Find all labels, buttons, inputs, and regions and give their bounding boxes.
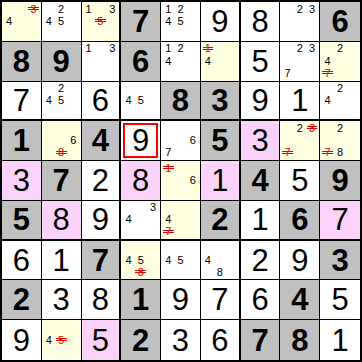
digit-solved: 3 bbox=[13, 165, 30, 196]
cell-r2c7[interactable]: 5 bbox=[241, 42, 281, 82]
cell-r5c2[interactable]: 7 bbox=[42, 161, 82, 201]
cell-r2c2[interactable]: 9 bbox=[42, 42, 82, 82]
cell-r4c4[interactable]: 9 bbox=[121, 121, 161, 161]
candidate-3: 3 bbox=[106, 43, 118, 55]
cell-r6c8[interactable]: 6 bbox=[280, 201, 320, 241]
candidate-3: 3 bbox=[106, 3, 118, 15]
cell-r5c7[interactable]: 4 bbox=[241, 161, 281, 201]
candidate-4: 4 bbox=[43, 334, 55, 347]
digit-given: 8 bbox=[172, 85, 189, 116]
cell-r7c9[interactable]: 3 bbox=[320, 241, 360, 281]
candidate-4: 4 bbox=[202, 55, 214, 67]
pencil-marks: 458 bbox=[122, 242, 159, 279]
cell-r4c1[interactable]: 1 bbox=[2, 121, 42, 161]
cell-r6c5[interactable]: 47 bbox=[161, 201, 201, 241]
cell-r9c8[interactable]: 8 bbox=[280, 320, 320, 360]
cell-r1c7[interactable]: 8 bbox=[241, 2, 281, 42]
candidate-4: 4 bbox=[162, 214, 174, 226]
cell-r2c3[interactable]: 13 bbox=[82, 42, 122, 82]
candidate-7-eliminated: 7 bbox=[321, 67, 334, 79]
pencil-marks: 1245 bbox=[162, 3, 199, 40]
cell-r9c2[interactable]: 45 bbox=[42, 320, 82, 360]
candidate-7: 7 bbox=[281, 67, 293, 79]
digit-given: 1 bbox=[132, 284, 149, 315]
cell-r1c5[interactable]: 1245 bbox=[161, 2, 201, 42]
digit-solved: 9 bbox=[291, 245, 308, 276]
cell-r5c8[interactable]: 5 bbox=[280, 161, 320, 201]
cell-r8c6[interactable]: 7 bbox=[201, 280, 241, 320]
pencil-marks: 47 bbox=[162, 202, 199, 238]
pencil-marks: 48 bbox=[202, 242, 238, 279]
cell-r7c6[interactable]: 48 bbox=[201, 241, 241, 281]
digit-solved: 9 bbox=[172, 284, 189, 315]
candidate-4: 4 bbox=[122, 254, 134, 266]
pencil-marks: 278 bbox=[321, 122, 359, 159]
pencil-marks: 23 bbox=[281, 3, 318, 40]
candidate-1: 1 bbox=[83, 43, 95, 55]
digit-solved: 2 bbox=[251, 245, 268, 276]
digit-solved: 5 bbox=[331, 284, 348, 315]
digit-given: 3 bbox=[331, 245, 348, 276]
candidate-2: 2 bbox=[55, 3, 67, 15]
digit-solved: 6 bbox=[211, 325, 228, 356]
cell-r3c2[interactable]: 245 bbox=[42, 82, 82, 122]
cell-r2c1[interactable]: 8 bbox=[2, 42, 42, 82]
cell-r8c9[interactable]: 5 bbox=[320, 280, 360, 320]
digit-given: 8 bbox=[13, 46, 30, 77]
candidate-2: 2 bbox=[334, 43, 347, 55]
digit-given: 3 bbox=[211, 85, 228, 116]
digit-solved: 9 bbox=[13, 325, 30, 356]
cell-r7c8[interactable]: 9 bbox=[280, 241, 320, 281]
candidate-2: 2 bbox=[174, 43, 186, 55]
digit-solved: 1 bbox=[291, 85, 308, 116]
cell-r6c6[interactable]: 2 bbox=[201, 201, 241, 241]
cell-r3c8[interactable]: 1 bbox=[280, 82, 320, 122]
cell-r7c4[interactable]: 458 bbox=[121, 241, 161, 281]
digit-solved: 1 bbox=[53, 245, 70, 276]
candidate-6: 6 bbox=[187, 135, 199, 147]
candidate-5-eliminated: 5 bbox=[55, 334, 67, 347]
candidate-3: 3 bbox=[306, 3, 318, 15]
cell-r9c6[interactable]: 6 bbox=[201, 320, 241, 360]
digit-solved: 3 bbox=[251, 125, 268, 156]
cell-r9c4[interactable]: 2 bbox=[121, 320, 161, 360]
pencil-marks: 13 bbox=[83, 43, 119, 80]
digit-solved: 7 bbox=[13, 85, 30, 116]
candidate-7: 7 bbox=[162, 147, 174, 159]
pencil-marks: 67 bbox=[162, 122, 199, 159]
pencil-marks: 237 bbox=[281, 122, 318, 159]
cell-r9c3[interactable]: 5 bbox=[82, 320, 122, 360]
pencil-marks: 16 bbox=[162, 162, 199, 199]
cell-r4c8[interactable]: 237 bbox=[280, 121, 320, 161]
cell-r6c4[interactable]: 34 bbox=[121, 201, 161, 241]
candidate-2: 2 bbox=[294, 43, 306, 55]
digit-given: 2 bbox=[211, 204, 228, 235]
cell-r5c3[interactable]: 2 bbox=[82, 161, 122, 201]
cell-r9c5[interactable]: 3 bbox=[161, 320, 201, 360]
candidate-4: 4 bbox=[162, 254, 174, 266]
cell-r4c3[interactable]: 4 bbox=[82, 121, 122, 161]
digit-solved: 9 bbox=[92, 204, 109, 235]
digit-solved: 6 bbox=[13, 245, 30, 276]
digit-solved: 5 bbox=[251, 46, 268, 77]
cell-r1c9[interactable]: 6 bbox=[320, 2, 360, 42]
pencil-marks: 124 bbox=[162, 43, 199, 80]
cell-r6c9[interactable]: 7 bbox=[320, 201, 360, 241]
pencil-marks: 245 bbox=[43, 83, 80, 119]
digit-solved: 8 bbox=[92, 284, 109, 315]
candidate-1: 1 bbox=[162, 43, 174, 55]
cell-r6c3[interactable]: 9 bbox=[82, 201, 122, 241]
candidate-2: 2 bbox=[55, 83, 67, 95]
candidate-4: 4 bbox=[43, 15, 55, 27]
cell-r8c7[interactable]: 6 bbox=[241, 280, 281, 320]
cell-r5c1[interactable]: 3 bbox=[2, 161, 42, 201]
digit-solved: 6 bbox=[251, 284, 268, 315]
candidate-5: 5 bbox=[55, 15, 67, 27]
candidate-3-eliminated: 3 bbox=[306, 122, 318, 134]
pencil-marks: 135 bbox=[83, 3, 119, 40]
candidate-8-eliminated: 8 bbox=[135, 266, 147, 278]
candidate-8: 8 bbox=[334, 147, 347, 159]
cell-r1c6[interactable]: 9 bbox=[201, 2, 241, 42]
cell-r3c7[interactable]: 9 bbox=[241, 82, 281, 122]
digit-solved: 9 bbox=[211, 6, 228, 37]
candidate-5: 5 bbox=[55, 94, 67, 106]
digit-solved: 2 bbox=[92, 165, 109, 196]
digit-given: 2 bbox=[13, 284, 30, 315]
digit-given: 7 bbox=[251, 325, 268, 356]
digit-given: 6 bbox=[291, 204, 308, 235]
candidate-6: 6 bbox=[67, 135, 79, 147]
digit-solved: 1 bbox=[211, 165, 228, 196]
candidate-4: 4 bbox=[202, 254, 214, 266]
pencil-marks: 14 bbox=[202, 43, 238, 80]
candidate-2: 2 bbox=[334, 83, 347, 95]
candidate-2: 2 bbox=[294, 3, 306, 15]
cell-r6c1[interactable]: 5 bbox=[2, 201, 42, 241]
cell-r4c9[interactable]: 278 bbox=[320, 121, 360, 161]
candidate-4: 4 bbox=[3, 15, 15, 27]
digit-solved: 7 bbox=[331, 204, 348, 235]
digit-given: 9 bbox=[53, 46, 70, 77]
cell-r7c1[interactable]: 6 bbox=[2, 241, 42, 281]
cell-r3c9[interactable]: 24 bbox=[320, 82, 360, 122]
candidate-7-eliminated: 7 bbox=[321, 147, 334, 159]
digit-given: 2 bbox=[132, 325, 149, 356]
cell-r2c4[interactable]: 6 bbox=[121, 42, 161, 82]
candidate-4: 4 bbox=[162, 15, 174, 27]
cell-r8c8[interactable]: 4 bbox=[280, 280, 320, 320]
cell-r8c1[interactable]: 2 bbox=[2, 280, 42, 320]
digit-given: 9 bbox=[331, 165, 348, 196]
cell-r5c6[interactable]: 1 bbox=[201, 161, 241, 201]
digit-solved: 8 bbox=[251, 6, 268, 37]
digit-given: 7 bbox=[53, 165, 70, 196]
candidate-4: 4 bbox=[162, 55, 174, 67]
cell-r2c5[interactable]: 124 bbox=[161, 42, 201, 82]
digit-solved: 5 bbox=[291, 165, 308, 196]
cell-r4c6[interactable]: 5 bbox=[201, 121, 241, 161]
candidate-4: 4 bbox=[43, 94, 55, 106]
candidate-3: 3 bbox=[147, 202, 159, 214]
candidate-3-eliminated: 3 bbox=[28, 3, 40, 15]
cell-r6c2[interactable]: 8 bbox=[42, 201, 82, 241]
pencil-marks: 245 bbox=[43, 3, 80, 40]
digit-given: 6 bbox=[331, 6, 348, 37]
digit-given: 5 bbox=[211, 125, 228, 156]
candidate-1: 1 bbox=[83, 3, 95, 15]
cell-r5c4[interactable]: 8 bbox=[121, 161, 161, 201]
cell-r9c1[interactable]: 9 bbox=[2, 320, 42, 360]
digit-solved: 9 bbox=[251, 85, 268, 116]
candidate-2: 2 bbox=[174, 3, 186, 15]
pencil-marks: 24 bbox=[321, 83, 359, 119]
candidate-1-eliminated: 1 bbox=[202, 43, 214, 55]
cell-r8c4[interactable]: 1 bbox=[121, 280, 161, 320]
candidate-4: 4 bbox=[321, 55, 334, 67]
candidate-7-eliminated: 7 bbox=[281, 147, 293, 159]
pencil-marks: 45 bbox=[162, 242, 199, 279]
cell-r5c5[interactable]: 16 bbox=[161, 161, 201, 201]
candidate-5: 5 bbox=[174, 15, 186, 27]
candidate-6: 6 bbox=[187, 174, 199, 186]
pencil-marks: 45 bbox=[43, 321, 80, 359]
candidate-5: 5 bbox=[135, 254, 147, 266]
candidate-5: 5 bbox=[174, 254, 186, 266]
candidate-3: 3 bbox=[306, 43, 318, 55]
digit-solved: 7 bbox=[211, 284, 228, 315]
cell-r2c9[interactable]: 247 bbox=[320, 42, 360, 82]
digit-given: 7 bbox=[132, 6, 149, 37]
digit-solved: 1 bbox=[331, 325, 348, 356]
candidate-4: 4 bbox=[321, 94, 334, 106]
cell-r1c4[interactable]: 7 bbox=[121, 2, 161, 42]
candidate-1: 1 bbox=[162, 3, 174, 15]
cell-r6c7[interactable]: 1 bbox=[241, 201, 281, 241]
cell-r1c3[interactable]: 135 bbox=[82, 2, 122, 42]
cell-r3c3[interactable]: 6 bbox=[82, 82, 122, 122]
cell-r7c7[interactable]: 2 bbox=[241, 241, 281, 281]
cell-r3c4[interactable]: 45 bbox=[121, 82, 161, 122]
cell-r4c2[interactable]: 68 bbox=[42, 121, 82, 161]
cell-r8c3[interactable]: 8 bbox=[82, 280, 122, 320]
cell-r8c2[interactable]: 3 bbox=[42, 280, 82, 320]
candidate-8-eliminated: 8 bbox=[55, 147, 67, 159]
candidate-1-eliminated: 1 bbox=[162, 162, 174, 174]
cell-r3c1[interactable]: 7 bbox=[2, 82, 42, 122]
digit-given: 8 bbox=[291, 325, 308, 356]
candidate-8: 8 bbox=[214, 266, 226, 278]
pencil-marks: 68 bbox=[43, 122, 80, 159]
digit-solved: 3 bbox=[53, 284, 70, 315]
cell-r4c7[interactable]: 3 bbox=[241, 121, 281, 161]
cell-r2c6[interactable]: 14 bbox=[201, 42, 241, 82]
digit-solved: 5 bbox=[92, 325, 109, 356]
cell-r9c9[interactable]: 1 bbox=[320, 320, 360, 360]
candidate-7-eliminated: 7 bbox=[162, 226, 174, 238]
cell-r1c1[interactable]: 34 bbox=[2, 2, 42, 42]
digit-given: 6 bbox=[132, 46, 149, 77]
digit-solved: 1 bbox=[251, 204, 268, 235]
cell-r8c5[interactable]: 9 bbox=[161, 280, 201, 320]
digit-given: 1 bbox=[13, 125, 30, 156]
cell-r7c5[interactable]: 45 bbox=[161, 241, 201, 281]
candidate-4: 4 bbox=[122, 94, 134, 106]
cell-r5c9[interactable]: 9 bbox=[320, 161, 360, 201]
digit-solved: 8 bbox=[132, 165, 149, 196]
digit-solved: 6 bbox=[92, 85, 109, 116]
candidate-2: 2 bbox=[334, 122, 347, 134]
digit-solved: 8 bbox=[53, 204, 70, 235]
cell-r3c5[interactable]: 8 bbox=[161, 82, 201, 122]
candidate-5: 5 bbox=[135, 94, 147, 106]
cell-r9c7[interactable]: 7 bbox=[241, 320, 281, 360]
digit-given: 5 bbox=[13, 204, 30, 235]
pencil-marks: 34 bbox=[122, 202, 159, 238]
digit-given: 7 bbox=[92, 245, 109, 276]
digit-solved: 9 bbox=[132, 125, 149, 156]
candidate-4: 4 bbox=[122, 214, 134, 226]
cell-r3c6[interactable]: 3 bbox=[201, 82, 241, 122]
pencil-marks: 247 bbox=[321, 43, 359, 80]
digit-given: 4 bbox=[251, 165, 268, 196]
cell-r1c2[interactable]: 245 bbox=[42, 2, 82, 42]
pencil-marks: 237 bbox=[281, 43, 318, 80]
candidate-5-eliminated: 5 bbox=[94, 15, 106, 27]
digit-given: 4 bbox=[92, 125, 109, 156]
cell-r2c8[interactable]: 237 bbox=[280, 42, 320, 82]
cell-r1c8[interactable]: 23 bbox=[280, 2, 320, 42]
cell-r7c3[interactable]: 7 bbox=[82, 241, 122, 281]
cell-r7c2[interactable]: 1 bbox=[42, 241, 82, 281]
candidate-2: 2 bbox=[294, 122, 306, 134]
pencil-marks: 34 bbox=[3, 3, 40, 40]
sudoku-board: 3424513571245982368913612414523724772456… bbox=[0, 0, 362, 362]
digit-given: 4 bbox=[291, 284, 308, 315]
pencil-marks: 45 bbox=[122, 83, 159, 119]
digit-solved: 3 bbox=[172, 325, 189, 356]
cell-r4c5[interactable]: 67 bbox=[161, 121, 201, 161]
